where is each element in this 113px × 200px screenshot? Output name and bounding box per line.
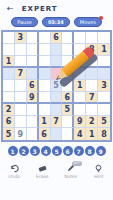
cell-r3c1[interactable]: 1 [3,56,15,68]
cell-r7c9[interactable] [98,104,110,116]
numpad-6[interactable]: 6 [63,146,73,156]
cell-r1c4[interactable] [39,32,51,44]
numpad-8[interactable]: 8 [85,146,95,156]
cell-r6c9[interactable] [98,92,110,104]
cell-r5c4[interactable] [39,80,51,92]
cell-r1c7[interactable] [74,32,86,44]
numpad-1[interactable]: 1 [8,146,18,156]
moves-label: Moves [80,19,96,25]
cell-r4c8[interactable] [86,68,98,80]
cell-r2c1[interactable] [3,44,15,56]
tool-label: Undo [8,174,20,179]
cell-r7c8[interactable] [86,104,98,116]
cell-r9c2[interactable]: 9 [15,128,27,140]
cell-r5c2[interactable] [15,80,27,92]
cell-r6c1[interactable] [3,92,15,104]
cell-r8c4[interactable]: 1 [39,116,51,128]
cell-r6c5[interactable] [51,92,63,104]
cell-r7c4[interactable] [39,104,51,116]
cell-r8c7[interactable]: 9 [74,116,86,128]
numpad-3[interactable]: 3 [30,146,40,156]
cell-r3c2[interactable] [15,56,27,68]
cell-r3c9[interactable] [98,56,110,68]
cell-r4c4[interactable] [39,68,51,80]
cell-r1c9[interactable] [98,32,110,44]
cell-r7c2[interactable] [15,104,27,116]
cell-r3c5[interactable] [51,56,63,68]
cell-r7c3[interactable] [27,104,39,116]
cell-r8c6[interactable] [62,116,74,128]
cell-r9c3[interactable] [27,128,39,140]
cell-r6c3[interactable]: 9 [27,92,39,104]
tool-undo-button[interactable]: Undo [3,164,25,179]
cell-r2c6[interactable] [62,44,74,56]
cell-r4c1[interactable] [3,68,15,80]
cell-r8c1[interactable]: 6 [3,116,15,128]
cell-r9c9[interactable]: 8 [98,128,110,140]
cell-r9c6[interactable] [62,128,74,140]
eraser-icon [38,164,47,173]
header: ← EXPERT [0,3,113,15]
numpad-4[interactable]: 4 [41,146,51,156]
cell-r2c2[interactable] [15,44,27,56]
tool-erase-button[interactable]: Erase [31,164,53,179]
status-bar: Pause 03:34 Moves [0,17,113,27]
cell-r6c6[interactable]: 6 [62,92,74,104]
cell-r5c8[interactable] [86,80,98,92]
number-pad: 123456789 [0,146,113,156]
numpad-5[interactable]: 5 [52,146,62,156]
notification-badge [99,16,103,20]
moves-button[interactable]: Moves [74,17,102,27]
undo-icon [10,164,19,173]
cell-r4c3[interactable] [27,68,39,80]
cell-r9c7[interactable]: 4 [74,128,86,140]
cell-r9c4[interactable]: 6 [39,128,51,140]
cell-r5c7[interactable]: 1 [74,80,86,92]
cell-r6c4[interactable] [39,92,51,104]
cell-r1c5[interactable]: 6 [51,32,63,44]
numpad-9[interactable]: 9 [96,146,106,156]
cell-r8c2[interactable] [15,116,27,128]
cell-r4c2[interactable]: 7 [15,68,27,80]
cell-r7c1[interactable]: 2 [3,104,15,116]
numpad-7[interactable]: 7 [74,146,84,156]
cell-r1c3[interactable] [27,32,39,44]
cell-r1c6[interactable] [62,32,74,44]
cell-r5c1[interactable] [3,80,15,92]
timer: 03:34 [42,17,70,27]
back-icon[interactable]: ← [7,5,14,13]
cell-r2c9[interactable]: 1 [98,44,110,56]
cell-r3c4[interactable] [39,56,51,68]
cell-r7c7[interactable] [74,104,86,116]
bottom-toolbar: UndoEraseOFFNotesHint [0,164,113,179]
notes-toggle-badge: OFF [72,161,82,166]
cell-r6c2[interactable] [15,92,27,104]
pause-button[interactable]: Pause [11,17,38,27]
numpad-2[interactable]: 2 [19,146,29,156]
cell-r2c4[interactable] [39,44,51,56]
cell-r8c5[interactable]: 7 [51,116,63,128]
bulb-icon [94,164,103,173]
cell-r1c2[interactable]: 3 [15,32,27,44]
tool-notes-button[interactable]: OFFNotes [60,164,82,179]
cell-r6c7[interactable] [74,92,86,104]
cell-r8c9[interactable]: 5 [98,116,110,128]
cell-r9c1[interactable]: 5 [3,128,15,140]
cell-r8c3[interactable] [27,116,39,128]
tool-label: Hint [94,174,103,179]
cell-r2c5[interactable] [51,44,63,56]
cell-r5c9[interactable]: 3 [98,80,110,92]
cell-r9c5[interactable] [51,128,63,140]
cell-r2c3[interactable] [27,44,39,56]
tool-label: Notes [64,174,77,179]
cell-r1c1[interactable] [3,32,15,44]
cell-r7c6[interactable]: 5 [62,104,74,116]
cell-r7c5[interactable] [51,104,63,116]
page-title: EXPERT [22,5,58,13]
cell-r3c3[interactable] [27,56,39,68]
cell-r9c8[interactable]: 1 [86,128,98,140]
tool-label: Erase [36,174,49,179]
cell-r6c8[interactable]: 7 [86,92,98,104]
cell-r5c3[interactable]: 6 [27,80,39,92]
tool-hint-button[interactable]: Hint [88,164,110,179]
cell-r4c9[interactable] [98,68,110,80]
cell-r8c8[interactable]: 2 [86,116,98,128]
